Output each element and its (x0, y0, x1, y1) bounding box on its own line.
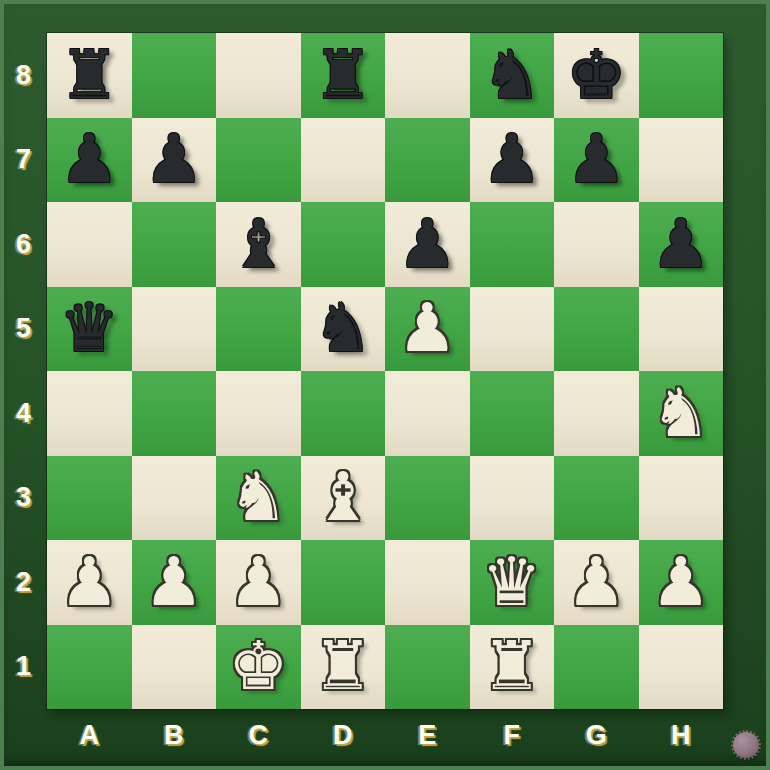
white-knight[interactable]: ♞ (639, 371, 724, 456)
square-d1[interactable]: ♜ (301, 625, 386, 710)
file-label-d: D (301, 709, 386, 761)
square-d2[interactable] (301, 540, 386, 625)
square-g6[interactable] (554, 202, 639, 287)
white-pawn[interactable]: ♟ (216, 540, 301, 625)
square-e8[interactable] (385, 33, 470, 118)
square-d4[interactable] (301, 371, 386, 456)
square-e4[interactable] (385, 371, 470, 456)
black-knight[interactable]: ♞ (301, 287, 386, 372)
square-f2[interactable]: ♛ (470, 540, 555, 625)
black-pawn[interactable]: ♟ (47, 118, 132, 203)
square-c7[interactable] (216, 118, 301, 203)
white-rook[interactable]: ♜ (470, 625, 555, 710)
white-rook[interactable]: ♜ (301, 625, 386, 710)
square-g7[interactable]: ♟ (554, 118, 639, 203)
rank-labels: 87654321 (0, 33, 47, 709)
square-h4[interactable]: ♞ (639, 371, 724, 456)
rank-label-6: 6 (0, 202, 47, 287)
square-b2[interactable]: ♟ (132, 540, 217, 625)
square-h8[interactable] (639, 33, 724, 118)
square-a6[interactable] (47, 202, 132, 287)
square-c2[interactable]: ♟ (216, 540, 301, 625)
white-pawn[interactable]: ♟ (554, 540, 639, 625)
black-knight[interactable]: ♞ (470, 33, 555, 118)
square-e2[interactable] (385, 540, 470, 625)
square-a1[interactable] (47, 625, 132, 710)
square-g8[interactable]: ♚ (554, 33, 639, 118)
file-label-e: E (385, 709, 470, 761)
chess-board-window: 87654321 ABCDEFGH ♜♜♞♚♟♟♟♟♝♟♟♛♞♟♞♞♝♟♟♟♛♟… (0, 0, 770, 770)
square-g3[interactable] (554, 456, 639, 541)
square-g2[interactable]: ♟ (554, 540, 639, 625)
square-a7[interactable]: ♟ (47, 118, 132, 203)
square-a8[interactable]: ♜ (47, 33, 132, 118)
black-pawn[interactable]: ♟ (554, 118, 639, 203)
square-d8[interactable]: ♜ (301, 33, 386, 118)
square-c1[interactable]: ♚ (216, 625, 301, 710)
black-pawn[interactable]: ♟ (385, 202, 470, 287)
square-g1[interactable] (554, 625, 639, 710)
square-e1[interactable] (385, 625, 470, 710)
square-c8[interactable] (216, 33, 301, 118)
rank-label-5: 5 (0, 287, 47, 372)
white-pawn[interactable]: ♟ (47, 540, 132, 625)
black-king[interactable]: ♚ (554, 33, 639, 118)
square-d7[interactable] (301, 118, 386, 203)
rank-label-2: 2 (0, 540, 47, 625)
file-labels: ABCDEFGH (47, 709, 723, 761)
white-pawn[interactable]: ♟ (385, 287, 470, 372)
square-b3[interactable] (132, 456, 217, 541)
square-e3[interactable] (385, 456, 470, 541)
square-d3[interactable]: ♝ (301, 456, 386, 541)
file-label-g: G (554, 709, 639, 761)
rank-label-4: 4 (0, 371, 47, 456)
white-pawn[interactable]: ♟ (639, 540, 724, 625)
file-label-c: C (216, 709, 301, 761)
black-rook[interactable]: ♜ (47, 33, 132, 118)
square-h6[interactable]: ♟ (639, 202, 724, 287)
square-f4[interactable] (470, 371, 555, 456)
white-bishop[interactable]: ♝ (301, 456, 386, 541)
square-c6[interactable]: ♝ (216, 202, 301, 287)
square-g5[interactable] (554, 287, 639, 372)
square-h2[interactable]: ♟ (639, 540, 724, 625)
file-label-b: B (132, 709, 217, 761)
square-e7[interactable] (385, 118, 470, 203)
square-a4[interactable] (47, 371, 132, 456)
square-f7[interactable]: ♟ (470, 118, 555, 203)
white-queen[interactable]: ♛ (470, 540, 555, 625)
square-b4[interactable] (132, 371, 217, 456)
rank-label-3: 3 (0, 456, 47, 541)
square-f8[interactable]: ♞ (470, 33, 555, 118)
black-bishop[interactable]: ♝ (216, 202, 301, 287)
white-pawn[interactable]: ♟ (132, 540, 217, 625)
square-b7[interactable]: ♟ (132, 118, 217, 203)
rank-label-8: 8 (0, 33, 47, 118)
square-b1[interactable] (132, 625, 217, 710)
square-h3[interactable] (639, 456, 724, 541)
square-c4[interactable] (216, 371, 301, 456)
square-e5[interactable]: ♟ (385, 287, 470, 372)
white-king[interactable]: ♚ (216, 625, 301, 710)
square-a5[interactable]: ♛ (47, 287, 132, 372)
square-f6[interactable] (470, 202, 555, 287)
square-f1[interactable]: ♜ (470, 625, 555, 710)
square-d5[interactable]: ♞ (301, 287, 386, 372)
square-h7[interactable] (639, 118, 724, 203)
square-g4[interactable] (554, 371, 639, 456)
square-a3[interactable] (47, 456, 132, 541)
white-knight[interactable]: ♞ (216, 456, 301, 541)
square-d6[interactable] (301, 202, 386, 287)
square-h1[interactable] (639, 625, 724, 710)
black-queen[interactable]: ♛ (47, 287, 132, 372)
square-f3[interactable] (470, 456, 555, 541)
rank-label-7: 7 (0, 118, 47, 203)
square-a2[interactable]: ♟ (47, 540, 132, 625)
square-c3[interactable]: ♞ (216, 456, 301, 541)
black-pawn[interactable]: ♟ (470, 118, 555, 203)
corner-ball-icon (733, 732, 759, 758)
file-label-h: H (639, 709, 724, 761)
file-label-f: F (470, 709, 555, 761)
black-pawn[interactable]: ♟ (639, 202, 724, 287)
square-b6[interactable] (132, 202, 217, 287)
black-rook[interactable]: ♜ (301, 33, 386, 118)
square-c5[interactable] (216, 287, 301, 372)
rank-label-1: 1 (0, 625, 47, 710)
square-f5[interactable] (470, 287, 555, 372)
square-e6[interactable]: ♟ (385, 202, 470, 287)
chess-board: ♜♜♞♚♟♟♟♟♝♟♟♛♞♟♞♞♝♟♟♟♛♟♟♚♜♜ (47, 33, 723, 709)
square-b5[interactable] (132, 287, 217, 372)
file-label-a: A (47, 709, 132, 761)
square-b8[interactable] (132, 33, 217, 118)
black-pawn[interactable]: ♟ (132, 118, 217, 203)
square-h5[interactable] (639, 287, 724, 372)
